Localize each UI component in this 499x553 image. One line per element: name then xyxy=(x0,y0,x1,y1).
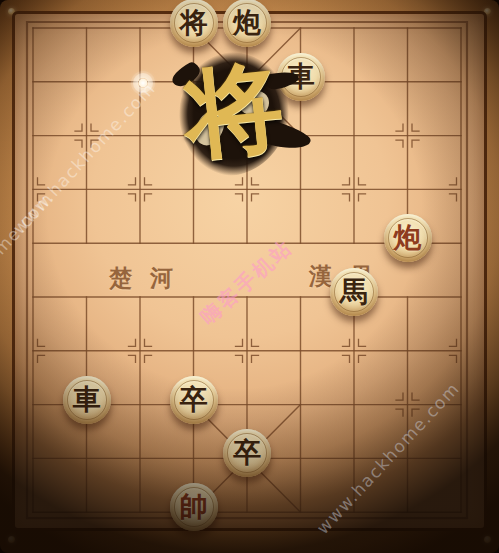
intersection-f7-r8[interactable] xyxy=(327,378,381,432)
intersection-f1-r7[interactable] xyxy=(6,324,60,378)
intersection-f8-r4[interactable] xyxy=(381,162,435,216)
intersection-f9-r1[interactable] xyxy=(434,1,488,55)
intersection-f9-r7[interactable] xyxy=(434,324,488,378)
intersection-f9-r4[interactable] xyxy=(434,162,488,216)
intersection-f9-r5[interactable] xyxy=(434,216,488,270)
intersection-f3-r1[interactable] xyxy=(113,1,167,55)
intersection-f9-r9[interactable] xyxy=(434,431,488,485)
intersection-f7-r1[interactable] xyxy=(327,1,381,55)
intersection-f5-r9[interactable]: 卒 xyxy=(220,431,274,485)
piece-black-soldier[interactable]: 卒 xyxy=(170,376,218,424)
intersection-f7-r7[interactable] xyxy=(327,324,381,378)
intersection-f2-r7[interactable] xyxy=(60,324,114,378)
intersection-f1-r6[interactable] xyxy=(6,270,60,324)
intersection-f7-r3[interactable] xyxy=(327,109,381,163)
piece-black-soldier[interactable]: 卒 xyxy=(223,429,271,477)
intersection-f8-r2[interactable] xyxy=(381,55,435,109)
piece-red-cannon[interactable]: 炮 xyxy=(384,214,432,262)
intersection-f9-r10[interactable] xyxy=(434,485,488,539)
intersection-f5-r6[interactable] xyxy=(220,270,274,324)
intersection-f7-r2[interactable] xyxy=(327,55,381,109)
intersection-f8-r7[interactable] xyxy=(381,324,435,378)
intersection-f3-r3[interactable] xyxy=(113,109,167,163)
intersection-f2-r9[interactable] xyxy=(60,431,114,485)
intersection-f7-r10[interactable] xyxy=(327,485,381,539)
intersection-f1-r4[interactable] xyxy=(6,162,60,216)
intersection-f5-r3[interactable] xyxy=(220,109,274,163)
intersection-f1-r1[interactable] xyxy=(6,1,60,55)
intersection-f2-r5[interactable] xyxy=(60,216,114,270)
intersection-f6-r7[interactable] xyxy=(274,324,328,378)
board-intersections: 将炮車炮馬車卒卒帥 xyxy=(6,1,488,539)
intersection-f6-r9[interactable] xyxy=(274,431,328,485)
intersection-f5-r10[interactable] xyxy=(220,485,274,539)
intersection-f6-r4[interactable] xyxy=(274,162,328,216)
intersection-f4-r3[interactable] xyxy=(167,109,221,163)
intersection-f9-r3[interactable] xyxy=(434,109,488,163)
xiangqi-game-screen: 楚河 漢界 将炮車炮馬車卒卒帥 将 www.hackhome.com www.h… xyxy=(0,0,499,553)
piece-character: 炮 xyxy=(394,224,422,252)
intersection-f8-r9[interactable] xyxy=(381,431,435,485)
intersection-f9-r2[interactable] xyxy=(434,55,488,109)
intersection-f4-r7[interactable] xyxy=(167,324,221,378)
piece-character: 車 xyxy=(287,63,315,91)
intersection-f2-r2[interactable] xyxy=(60,55,114,109)
intersection-f2-r10[interactable] xyxy=(60,485,114,539)
piece-character: 帥 xyxy=(180,493,208,521)
intersection-f4-r9[interactable] xyxy=(167,431,221,485)
intersection-f6-r1[interactable] xyxy=(274,1,328,55)
intersection-f5-r5[interactable] xyxy=(220,216,274,270)
intersection-f8-r1[interactable] xyxy=(381,1,435,55)
piece-black-general[interactable]: 将 xyxy=(170,0,218,47)
intersection-f8-r5[interactable]: 炮 xyxy=(381,216,435,270)
piece-character: 将 xyxy=(180,9,208,37)
intersection-f1-r8[interactable] xyxy=(6,378,60,432)
intersection-f3-r9[interactable] xyxy=(113,431,167,485)
intersection-f8-r3[interactable] xyxy=(381,109,435,163)
intersection-f7-r6[interactable]: 馬 xyxy=(327,270,381,324)
intersection-f5-r2[interactable] xyxy=(220,55,274,109)
intersection-f8-r6[interactable] xyxy=(381,270,435,324)
intersection-f3-r10[interactable] xyxy=(113,485,167,539)
piece-character: 車 xyxy=(73,386,101,414)
intersection-f4-r5[interactable] xyxy=(167,216,221,270)
intersection-f8-r10[interactable] xyxy=(381,485,435,539)
intersection-f1-r9[interactable] xyxy=(6,431,60,485)
intersection-f4-r4[interactable] xyxy=(167,162,221,216)
intersection-f6-r2[interactable]: 車 xyxy=(274,55,328,109)
intersection-f7-r5[interactable] xyxy=(327,216,381,270)
intersection-f6-r3[interactable] xyxy=(274,109,328,163)
intersection-f3-r8[interactable] xyxy=(113,378,167,432)
intersection-f4-r10[interactable]: 帥 xyxy=(167,485,221,539)
intersection-f1-r3[interactable] xyxy=(6,109,60,163)
piece-black-chariot[interactable]: 車 xyxy=(63,376,111,424)
piece-black-cannon[interactable]: 炮 xyxy=(223,0,271,47)
intersection-f3-r4[interactable] xyxy=(113,162,167,216)
intersection-f1-r5[interactable] xyxy=(6,216,60,270)
intersection-f1-r10[interactable] xyxy=(6,485,60,539)
intersection-f8-r8[interactable] xyxy=(381,378,435,432)
piece-character: 卒 xyxy=(180,386,208,414)
intersection-f9-r8[interactable] xyxy=(434,378,488,432)
intersection-f3-r5[interactable] xyxy=(113,216,167,270)
intersection-f6-r5[interactable] xyxy=(274,216,328,270)
piece-black-chariot[interactable]: 車 xyxy=(277,53,325,101)
intersection-f4-r8[interactable]: 卒 xyxy=(167,378,221,432)
intersection-f6-r10[interactable] xyxy=(274,485,328,539)
piece-black-horse[interactable]: 馬 xyxy=(330,268,378,316)
piece-red-general[interactable]: 帥 xyxy=(170,483,218,531)
intersection-f5-r8[interactable] xyxy=(220,378,274,432)
intersection-f5-r4[interactable] xyxy=(220,162,274,216)
intersection-f5-r7[interactable] xyxy=(220,324,274,378)
intersection-f4-r2[interactable] xyxy=(167,55,221,109)
intersection-f2-r6[interactable] xyxy=(60,270,114,324)
intersection-f9-r6[interactable] xyxy=(434,270,488,324)
piece-character: 馬 xyxy=(340,278,368,306)
intersection-f2-r4[interactable] xyxy=(60,162,114,216)
intersection-f6-r8[interactable] xyxy=(274,378,328,432)
intersection-f1-r2[interactable] xyxy=(6,55,60,109)
piece-character: 卒 xyxy=(233,439,261,467)
intersection-f2-r8[interactable]: 車 xyxy=(60,378,114,432)
intersection-f4-r1[interactable]: 将 xyxy=(167,1,221,55)
intersection-f2-r3[interactable] xyxy=(60,109,114,163)
intersection-f6-r6[interactable] xyxy=(274,270,328,324)
intersection-f7-r4[interactable] xyxy=(327,162,381,216)
intersection-f3-r2[interactable] xyxy=(113,55,167,109)
intersection-f2-r1[interactable] xyxy=(60,1,114,55)
intersection-f7-r9[interactable] xyxy=(327,431,381,485)
intersection-f3-r7[interactable] xyxy=(113,324,167,378)
intersection-f4-r6[interactable] xyxy=(167,270,221,324)
piece-character: 炮 xyxy=(233,9,261,37)
intersection-f3-r6[interactable] xyxy=(113,270,167,324)
intersection-f5-r1[interactable]: 炮 xyxy=(220,1,274,55)
